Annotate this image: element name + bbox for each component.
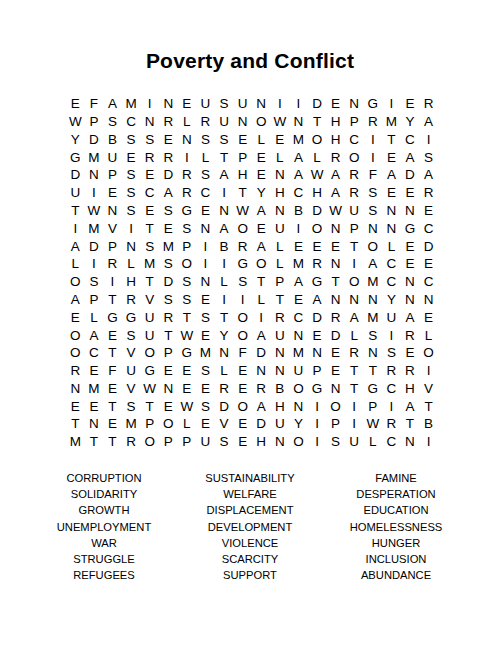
grid-cell-r3c19[interactable]: C xyxy=(401,131,420,149)
grid-cell-r3c8[interactable]: S xyxy=(196,131,215,149)
grid-cell-r19c4[interactable]: M xyxy=(122,415,141,433)
grid-cell-r5c18[interactable]: A xyxy=(382,166,401,184)
grid-cell-r17c20[interactable]: V xyxy=(419,380,438,398)
grid-cell-r1c5[interactable]: I xyxy=(140,95,159,113)
grid-cell-r10c6[interactable]: S xyxy=(159,255,178,273)
grid-cell-r20c4[interactable]: R xyxy=(122,433,141,451)
grid-cell-r14c8[interactable]: E xyxy=(196,326,215,344)
grid-cell-r20c1[interactable]: M xyxy=(66,433,85,451)
grid-cell-r4c9[interactable]: T xyxy=(215,148,234,166)
grid-cell-r17c12[interactable]: B xyxy=(271,380,290,398)
grid-cell-r10c9[interactable]: I xyxy=(215,255,234,273)
grid-cell-r8c8[interactable]: N xyxy=(196,220,215,238)
grid-cell-r15c20[interactable]: O xyxy=(419,344,438,362)
grid-cell-r2c2[interactable]: P xyxy=(85,113,104,131)
grid-cell-r1c7[interactable]: E xyxy=(178,95,197,113)
grid-cell-r14c17[interactable]: S xyxy=(364,326,383,344)
grid-cell-r17c3[interactable]: E xyxy=(103,380,122,398)
grid-cell-r18c4[interactable]: S xyxy=(122,398,141,416)
grid-cell-r12c19[interactable]: N xyxy=(401,291,420,309)
grid-cell-r12c18[interactable]: Y xyxy=(382,291,401,309)
grid-cell-r15c19[interactable]: E xyxy=(401,344,420,362)
grid-cell-r15c7[interactable]: G xyxy=(178,344,197,362)
grid-cell-r19c2[interactable]: N xyxy=(85,415,104,433)
grid-cell-r7c9[interactable]: N xyxy=(215,202,234,220)
grid-cell-r20c20[interactable]: I xyxy=(419,433,438,451)
grid-cell-r4c6[interactable]: R xyxy=(159,148,178,166)
grid-cell-r5c13[interactable]: A xyxy=(289,166,308,184)
grid-cell-r9c2[interactable]: D xyxy=(85,237,104,255)
grid-cell-r8c10[interactable]: O xyxy=(233,220,252,238)
grid-cell-r12c9[interactable]: I xyxy=(215,291,234,309)
grid-cell-r6c10[interactable]: T xyxy=(233,184,252,202)
grid-cell-r1c16[interactable]: N xyxy=(345,95,364,113)
grid-cell-r3c11[interactable]: L xyxy=(252,131,271,149)
grid-cell-r6c7[interactable]: R xyxy=(178,184,197,202)
grid-cell-r7c6[interactable]: S xyxy=(159,202,178,220)
grid-cell-r5c5[interactable]: E xyxy=(140,166,159,184)
grid-cell-r8c19[interactable]: G xyxy=(401,220,420,238)
grid-cell-r3c15[interactable]: H xyxy=(326,131,345,149)
grid-cell-r4c1[interactable]: G xyxy=(66,148,85,166)
grid-cell-r11c18[interactable]: C xyxy=(382,273,401,291)
grid-cell-r6c16[interactable]: R xyxy=(345,184,364,202)
grid-cell-r13c12[interactable]: R xyxy=(271,309,290,327)
grid-cell-r4c11[interactable]: E xyxy=(252,148,271,166)
grid-cell-r3c10[interactable]: E xyxy=(233,131,252,149)
grid-cell-r20c16[interactable]: U xyxy=(345,433,364,451)
grid-cell-r3c6[interactable]: E xyxy=(159,131,178,149)
grid-cell-r1c13[interactable]: I xyxy=(289,95,308,113)
grid-cell-r20c10[interactable]: E xyxy=(233,433,252,451)
grid-cell-r7c4[interactable]: S xyxy=(122,202,141,220)
grid-cell-r4c12[interactable]: L xyxy=(271,148,290,166)
grid-cell-r7c5[interactable]: E xyxy=(140,202,159,220)
grid-cell-r20c8[interactable]: U xyxy=(196,433,215,451)
grid-cell-r2c7[interactable]: L xyxy=(178,113,197,131)
grid-cell-r19c12[interactable]: U xyxy=(271,415,290,433)
grid-cell-r16c8[interactable]: S xyxy=(196,362,215,380)
grid-cell-r14c7[interactable]: W xyxy=(178,326,197,344)
grid-cell-r1c4[interactable]: M xyxy=(122,95,141,113)
grid-cell-r4c2[interactable]: M xyxy=(85,148,104,166)
grid-cell-r13c6[interactable]: R xyxy=(159,309,178,327)
grid-cell-r1c9[interactable]: S xyxy=(215,95,234,113)
grid-cell-r13c11[interactable]: I xyxy=(252,309,271,327)
grid-cell-r11c3[interactable]: I xyxy=(103,273,122,291)
grid-cell-r16c18[interactable]: R xyxy=(382,362,401,380)
grid-cell-r16c12[interactable]: N xyxy=(271,362,290,380)
grid-cell-r10c12[interactable]: L xyxy=(271,255,290,273)
grid-cell-r4c7[interactable]: I xyxy=(178,148,197,166)
grid-cell-r6c4[interactable]: S xyxy=(122,184,141,202)
grid-cell-r17c10[interactable]: E xyxy=(233,380,252,398)
grid-cell-r19c3[interactable]: E xyxy=(103,415,122,433)
grid-cell-r9c15[interactable]: E xyxy=(326,237,345,255)
grid-cell-r7c1[interactable]: T xyxy=(66,202,85,220)
grid-cell-r6c20[interactable]: R xyxy=(419,184,438,202)
grid-cell-r17c15[interactable]: N xyxy=(326,380,345,398)
grid-cell-r16c14[interactable]: P xyxy=(308,362,327,380)
grid-cell-r15c11[interactable]: D xyxy=(252,344,271,362)
grid-cell-r12c13[interactable]: E xyxy=(289,291,308,309)
grid-cell-r16c17[interactable]: T xyxy=(364,362,383,380)
grid-cell-r16c20[interactable]: I xyxy=(419,362,438,380)
grid-cell-r10c1[interactable]: L xyxy=(66,255,85,273)
grid-cell-r1c18[interactable]: I xyxy=(382,95,401,113)
grid-cell-r19c9[interactable]: V xyxy=(215,415,234,433)
grid-cell-r15c8[interactable]: M xyxy=(196,344,215,362)
grid-cell-r10c2[interactable]: I xyxy=(85,255,104,273)
grid-cell-r3c5[interactable]: S xyxy=(140,131,159,149)
grid-cell-r11c1[interactable]: O xyxy=(66,273,85,291)
grid-cell-r11c14[interactable]: G xyxy=(308,273,327,291)
grid-cell-r13c18[interactable]: U xyxy=(382,309,401,327)
grid-cell-r7c15[interactable]: W xyxy=(326,202,345,220)
grid-cell-r8c15[interactable]: N xyxy=(326,220,345,238)
grid-cell-r6c13[interactable]: C xyxy=(289,184,308,202)
grid-cell-r4c8[interactable]: L xyxy=(196,148,215,166)
grid-cell-r8c18[interactable]: N xyxy=(382,220,401,238)
grid-cell-r8c5[interactable]: T xyxy=(140,220,159,238)
grid-cell-r18c9[interactable]: D xyxy=(215,398,234,416)
grid-cell-r4c14[interactable]: L xyxy=(308,148,327,166)
grid-cell-r18c20[interactable]: T xyxy=(419,398,438,416)
grid-cell-r4c10[interactable]: P xyxy=(233,148,252,166)
grid-cell-r11c19[interactable]: N xyxy=(401,273,420,291)
grid-cell-r18c10[interactable]: O xyxy=(233,398,252,416)
grid-cell-r17c17[interactable]: G xyxy=(364,380,383,398)
grid-cell-r19c15[interactable]: P xyxy=(326,415,345,433)
grid-cell-r13c15[interactable]: R xyxy=(326,309,345,327)
grid-cell-r1c20[interactable]: R xyxy=(419,95,438,113)
grid-cell-r19c14[interactable]: I xyxy=(308,415,327,433)
grid-cell-r17c14[interactable]: G xyxy=(308,380,327,398)
grid-cell-r6c19[interactable]: E xyxy=(401,184,420,202)
grid-cell-r9c12[interactable]: L xyxy=(271,237,290,255)
grid-cell-r18c15[interactable]: O xyxy=(326,398,345,416)
grid-cell-r2c10[interactable]: N xyxy=(233,113,252,131)
grid-cell-r17c6[interactable]: N xyxy=(159,380,178,398)
grid-cell-r15c14[interactable]: N xyxy=(308,344,327,362)
grid-cell-r9c6[interactable]: M xyxy=(159,237,178,255)
grid-cell-r7c13[interactable]: B xyxy=(289,202,308,220)
grid-cell-r7c10[interactable]: W xyxy=(233,202,252,220)
grid-cell-r8c4[interactable]: I xyxy=(122,220,141,238)
grid-cell-r13c19[interactable]: A xyxy=(401,309,420,327)
grid-cell-r17c19[interactable]: H xyxy=(401,380,420,398)
grid-cell-r17c1[interactable]: N xyxy=(66,380,85,398)
grid-cell-r13c3[interactable]: G xyxy=(103,309,122,327)
grid-cell-r2c18[interactable]: M xyxy=(382,113,401,131)
grid-cell-r16c3[interactable]: F xyxy=(103,362,122,380)
grid-cell-r3c9[interactable]: S xyxy=(215,131,234,149)
grid-cell-r6c18[interactable]: E xyxy=(382,184,401,202)
grid-cell-r10c14[interactable]: R xyxy=(308,255,327,273)
grid-cell-r20c17[interactable]: L xyxy=(364,433,383,451)
grid-cell-r11c10[interactable]: S xyxy=(233,273,252,291)
grid-cell-r20c15[interactable]: S xyxy=(326,433,345,451)
grid-cell-r5c10[interactable]: H xyxy=(233,166,252,184)
grid-cell-r20c9[interactable]: S xyxy=(215,433,234,451)
grid-cell-r11c7[interactable]: S xyxy=(178,273,197,291)
grid-cell-r10c17[interactable]: A xyxy=(364,255,383,273)
grid-cell-r3c18[interactable]: T xyxy=(382,131,401,149)
grid-cell-r18c7[interactable]: W xyxy=(178,398,197,416)
grid-cell-r18c17[interactable]: P xyxy=(364,398,383,416)
grid-cell-r5c16[interactable]: R xyxy=(345,166,364,184)
grid-cell-r14c2[interactable]: A xyxy=(85,326,104,344)
grid-cell-r10c18[interactable]: C xyxy=(382,255,401,273)
grid-cell-r20c12[interactable]: N xyxy=(271,433,290,451)
grid-cell-r13c8[interactable]: S xyxy=(196,309,215,327)
grid-cell-r6c8[interactable]: C xyxy=(196,184,215,202)
grid-cell-r17c13[interactable]: O xyxy=(289,380,308,398)
grid-cell-r17c18[interactable]: C xyxy=(382,380,401,398)
grid-cell-r7c3[interactable]: N xyxy=(103,202,122,220)
grid-cell-r9c1[interactable]: A xyxy=(66,237,85,255)
grid-cell-r5c17[interactable]: F xyxy=(364,166,383,184)
grid-cell-r6c3[interactable]: E xyxy=(103,184,122,202)
grid-cell-r13c16[interactable]: A xyxy=(345,309,364,327)
grid-cell-r2c9[interactable]: U xyxy=(215,113,234,131)
grid-cell-r1c8[interactable]: U xyxy=(196,95,215,113)
grid-cell-r4c5[interactable]: R xyxy=(140,148,159,166)
grid-cell-r10c13[interactable]: M xyxy=(289,255,308,273)
grid-cell-r5c6[interactable]: D xyxy=(159,166,178,184)
grid-cell-r10c4[interactable]: L xyxy=(122,255,141,273)
grid-cell-r8c7[interactable]: S xyxy=(178,220,197,238)
grid-cell-r6c2[interactable]: I xyxy=(85,184,104,202)
grid-cell-r3c3[interactable]: B xyxy=(103,131,122,149)
grid-cell-r12c10[interactable]: I xyxy=(233,291,252,309)
grid-cell-r9c14[interactable]: E xyxy=(308,237,327,255)
grid-cell-r8c12[interactable]: U xyxy=(271,220,290,238)
grid-cell-r17c7[interactable]: E xyxy=(178,380,197,398)
grid-cell-r13c13[interactable]: C xyxy=(289,309,308,327)
grid-cell-r8c1[interactable]: I xyxy=(66,220,85,238)
grid-cell-r19c20[interactable]: B xyxy=(419,415,438,433)
grid-cell-r9c19[interactable]: E xyxy=(401,237,420,255)
grid-cell-r17c8[interactable]: E xyxy=(196,380,215,398)
grid-cell-r9c8[interactable]: I xyxy=(196,237,215,255)
grid-cell-r18c11[interactable]: A xyxy=(252,398,271,416)
grid-cell-r15c2[interactable]: C xyxy=(85,344,104,362)
grid-cell-r10c20[interactable]: E xyxy=(419,255,438,273)
grid-cell-r19c5[interactable]: P xyxy=(140,415,159,433)
grid-cell-r14c12[interactable]: U xyxy=(271,326,290,344)
grid-cell-r6c6[interactable]: A xyxy=(159,184,178,202)
grid-cell-r5c11[interactable]: E xyxy=(252,166,271,184)
grid-cell-r14c13[interactable]: N xyxy=(289,326,308,344)
grid-cell-r8c17[interactable]: N xyxy=(364,220,383,238)
grid-cell-r6c17[interactable]: S xyxy=(364,184,383,202)
grid-cell-r17c5[interactable]: W xyxy=(140,380,159,398)
grid-cell-r6c12[interactable]: H xyxy=(271,184,290,202)
grid-cell-r15c1[interactable]: O xyxy=(66,344,85,362)
grid-cell-r13c4[interactable]: G xyxy=(122,309,141,327)
grid-cell-r10c7[interactable]: O xyxy=(178,255,197,273)
grid-cell-r2c3[interactable]: S xyxy=(103,113,122,131)
grid-cell-r18c3[interactable]: T xyxy=(103,398,122,416)
grid-cell-r8c6[interactable]: E xyxy=(159,220,178,238)
grid-cell-r10c10[interactable]: G xyxy=(233,255,252,273)
grid-cell-r6c1[interactable]: U xyxy=(66,184,85,202)
grid-cell-r7c2[interactable]: W xyxy=(85,202,104,220)
grid-cell-r1c1[interactable]: E xyxy=(66,95,85,113)
grid-cell-r18c19[interactable]: A xyxy=(401,398,420,416)
grid-cell-r10c3[interactable]: R xyxy=(103,255,122,273)
grid-cell-r1c3[interactable]: A xyxy=(103,95,122,113)
grid-cell-r8c2[interactable]: M xyxy=(85,220,104,238)
grid-cell-r2c5[interactable]: N xyxy=(140,113,159,131)
grid-cell-r16c16[interactable]: T xyxy=(345,362,364,380)
grid-cell-r5c7[interactable]: R xyxy=(178,166,197,184)
grid-cell-r1c10[interactable]: U xyxy=(233,95,252,113)
grid-cell-r3c2[interactable]: D xyxy=(85,131,104,149)
grid-cell-r9c9[interactable]: B xyxy=(215,237,234,255)
grid-cell-r9c16[interactable]: T xyxy=(345,237,364,255)
grid-cell-r11c16[interactable]: O xyxy=(345,273,364,291)
grid-cell-r12c1[interactable]: A xyxy=(66,291,85,309)
grid-cell-r3c1[interactable]: Y xyxy=(66,131,85,149)
grid-cell-r18c1[interactable]: E xyxy=(66,398,85,416)
grid-cell-r4c4[interactable]: E xyxy=(122,148,141,166)
grid-cell-r2c17[interactable]: R xyxy=(364,113,383,131)
grid-cell-r14c9[interactable]: Y xyxy=(215,326,234,344)
grid-cell-r13c9[interactable]: T xyxy=(215,309,234,327)
grid-cell-r5c20[interactable]: A xyxy=(419,166,438,184)
grid-cell-r12c11[interactable]: L xyxy=(252,291,271,309)
grid-cell-r8c13[interactable]: I xyxy=(289,220,308,238)
grid-cell-r14c10[interactable]: O xyxy=(233,326,252,344)
grid-cell-r3c16[interactable]: C xyxy=(345,131,364,149)
grid-cell-r20c18[interactable]: C xyxy=(382,433,401,451)
grid-cell-r14c19[interactable]: R xyxy=(401,326,420,344)
grid-cell-r9c4[interactable]: N xyxy=(122,237,141,255)
grid-cell-r2c12[interactable]: W xyxy=(271,113,290,131)
grid-cell-r17c4[interactable]: V xyxy=(122,380,141,398)
grid-cell-r1c6[interactable]: N xyxy=(159,95,178,113)
grid-cell-r17c2[interactable]: M xyxy=(85,380,104,398)
grid-cell-r18c14[interactable]: I xyxy=(308,398,327,416)
grid-cell-r3c13[interactable]: M xyxy=(289,131,308,149)
grid-cell-r20c13[interactable]: O xyxy=(289,433,308,451)
grid-cell-r3c7[interactable]: N xyxy=(178,131,197,149)
grid-cell-r11c4[interactable]: H xyxy=(122,273,141,291)
grid-cell-r20c14[interactable]: I xyxy=(308,433,327,451)
grid-cell-r1c11[interactable]: N xyxy=(252,95,271,113)
grid-cell-r12c12[interactable]: T xyxy=(271,291,290,309)
grid-cell-r4c18[interactable]: E xyxy=(382,148,401,166)
grid-cell-r4c15[interactable]: R xyxy=(326,148,345,166)
grid-cell-r3c12[interactable]: E xyxy=(271,131,290,149)
grid-cell-r13c5[interactable]: U xyxy=(140,309,159,327)
grid-cell-r2c14[interactable]: T xyxy=(308,113,327,131)
grid-cell-r9c5[interactable]: S xyxy=(140,237,159,255)
grid-cell-r3c14[interactable]: O xyxy=(308,131,327,149)
grid-cell-r12c8[interactable]: E xyxy=(196,291,215,309)
grid-cell-r1c19[interactable]: E xyxy=(401,95,420,113)
grid-cell-r10c5[interactable]: M xyxy=(140,255,159,273)
grid-cell-r11c8[interactable]: N xyxy=(196,273,215,291)
grid-cell-r11c20[interactable]: C xyxy=(419,273,438,291)
grid-cell-r12c17[interactable]: N xyxy=(364,291,383,309)
grid-cell-r12c2[interactable]: P xyxy=(85,291,104,309)
grid-cell-r14c1[interactable]: O xyxy=(66,326,85,344)
grid-cell-r9c11[interactable]: A xyxy=(252,237,271,255)
grid-cell-r13c17[interactable]: M xyxy=(364,309,383,327)
grid-cell-r3c4[interactable]: S xyxy=(122,131,141,149)
grid-cell-r2c1[interactable]: W xyxy=(66,113,85,131)
grid-cell-r10c16[interactable]: I xyxy=(345,255,364,273)
grid-cell-r11c9[interactable]: L xyxy=(215,273,234,291)
grid-cell-r14c11[interactable]: A xyxy=(252,326,271,344)
grid-cell-r4c3[interactable]: U xyxy=(103,148,122,166)
grid-cell-r11c12[interactable]: P xyxy=(271,273,290,291)
grid-cell-r6c11[interactable]: Y xyxy=(252,184,271,202)
grid-cell-r8c3[interactable]: V xyxy=(103,220,122,238)
grid-cell-r7c8[interactable]: E xyxy=(196,202,215,220)
grid-cell-r20c6[interactable]: P xyxy=(159,433,178,451)
grid-cell-r8c20[interactable]: C xyxy=(419,220,438,238)
grid-cell-r2c4[interactable]: C xyxy=(122,113,141,131)
grid-cell-r4c19[interactable]: A xyxy=(401,148,420,166)
grid-cell-r20c7[interactable]: P xyxy=(178,433,197,451)
grid-cell-r11c17[interactable]: M xyxy=(364,273,383,291)
grid-cell-r15c12[interactable]: N xyxy=(271,344,290,362)
grid-cell-r16c7[interactable]: E xyxy=(178,362,197,380)
grid-cell-r8c14[interactable]: O xyxy=(308,220,327,238)
grid-cell-r12c7[interactable]: S xyxy=(178,291,197,309)
grid-cell-r14c4[interactable]: S xyxy=(122,326,141,344)
grid-cell-r7c7[interactable]: G xyxy=(178,202,197,220)
grid-cell-r15c15[interactable]: E xyxy=(326,344,345,362)
grid-cell-r5c2[interactable]: N xyxy=(85,166,104,184)
grid-cell-r12c4[interactable]: R xyxy=(122,291,141,309)
grid-cell-r16c15[interactable]: E xyxy=(326,362,345,380)
grid-cell-r9c17[interactable]: O xyxy=(364,237,383,255)
grid-cell-r3c17[interactable]: I xyxy=(364,131,383,149)
grid-cell-r19c19[interactable]: T xyxy=(401,415,420,433)
grid-cell-r4c20[interactable]: S xyxy=(419,148,438,166)
grid-cell-r8c16[interactable]: P xyxy=(345,220,364,238)
grid-cell-r7c14[interactable]: D xyxy=(308,202,327,220)
grid-cell-r3c20[interactable]: I xyxy=(419,131,438,149)
grid-cell-r6c5[interactable]: C xyxy=(140,184,159,202)
grid-cell-r2c16[interactable]: P xyxy=(345,113,364,131)
grid-cell-r9c7[interactable]: P xyxy=(178,237,197,255)
grid-cell-r10c19[interactable]: E xyxy=(401,255,420,273)
grid-cell-r1c15[interactable]: E xyxy=(326,95,345,113)
grid-cell-r20c19[interactable]: N xyxy=(401,433,420,451)
grid-cell-r18c16[interactable]: I xyxy=(345,398,364,416)
grid-cell-r6c9[interactable]: I xyxy=(215,184,234,202)
grid-cell-r2c15[interactable]: H xyxy=(326,113,345,131)
grid-cell-r18c18[interactable]: I xyxy=(382,398,401,416)
grid-cell-r15c3[interactable]: T xyxy=(103,344,122,362)
grid-cell-r12c15[interactable]: N xyxy=(326,291,345,309)
grid-cell-r8c9[interactable]: A xyxy=(215,220,234,238)
grid-cell-r11c6[interactable]: D xyxy=(159,273,178,291)
grid-cell-r4c16[interactable]: O xyxy=(345,148,364,166)
grid-cell-r5c14[interactable]: W xyxy=(308,166,327,184)
grid-cell-r14c14[interactable]: E xyxy=(308,326,327,344)
grid-cell-r19c10[interactable]: E xyxy=(233,415,252,433)
grid-cell-r15c16[interactable]: R xyxy=(345,344,364,362)
grid-cell-r14c15[interactable]: D xyxy=(326,326,345,344)
grid-cell-r20c2[interactable]: T xyxy=(85,433,104,451)
